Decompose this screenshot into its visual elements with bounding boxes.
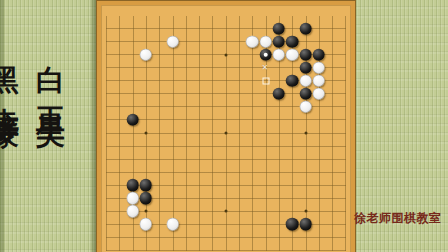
black-stone <box>126 179 139 192</box>
black-stone <box>140 179 153 192</box>
black-stone <box>286 74 299 87</box>
white-stone <box>312 74 325 87</box>
star-point <box>304 210 307 213</box>
screen-edge-shade <box>0 0 4 252</box>
black-stone <box>299 48 312 61</box>
white-stone <box>140 48 153 61</box>
white-stone <box>312 61 325 74</box>
white-stone <box>166 218 179 231</box>
star-point <box>144 131 147 134</box>
board-grid[interactable]: ✕ <box>106 16 346 252</box>
screenshot-stage: 黑 幸梓豪 白 王星昊 ✕ 徐老师围棋教室 <box>0 0 448 252</box>
black-stone <box>299 218 312 231</box>
white-stone <box>273 48 286 61</box>
white-stone <box>286 48 299 61</box>
white-stone <box>299 101 312 114</box>
white-stone <box>312 87 325 100</box>
go-board[interactable]: ✕ <box>96 0 356 252</box>
star-point <box>224 131 227 134</box>
star-point <box>144 210 147 213</box>
star-point <box>304 131 307 134</box>
white-stone <box>299 74 312 87</box>
white-stone <box>166 35 179 48</box>
white-stone <box>126 205 139 218</box>
black-stone <box>299 87 312 100</box>
last-move-marker <box>264 53 268 57</box>
black-stone <box>273 87 286 100</box>
black-stone <box>273 35 286 48</box>
candidate-move-marker: ✕ <box>262 64 269 72</box>
white-player-name: 白 王星昊 <box>36 43 65 102</box>
white-stone <box>259 35 272 48</box>
black-stone <box>312 48 325 61</box>
black-stone <box>286 35 299 48</box>
black-player-name: 黑 幸梓豪 <box>0 43 19 102</box>
star-point <box>224 210 227 213</box>
black-stone <box>299 22 312 35</box>
black-stone <box>286 218 299 231</box>
white-stone <box>126 192 139 205</box>
black-stone <box>126 114 139 127</box>
black-stone <box>299 61 312 74</box>
black-stone <box>273 22 286 35</box>
star-point <box>224 53 227 56</box>
black-stone <box>259 48 272 61</box>
white-stone <box>246 35 259 48</box>
watermark-text: 徐老师围棋教室 <box>354 210 448 227</box>
candidate-move-marker <box>262 77 269 84</box>
white-stone <box>140 218 153 231</box>
black-stone <box>140 192 153 205</box>
